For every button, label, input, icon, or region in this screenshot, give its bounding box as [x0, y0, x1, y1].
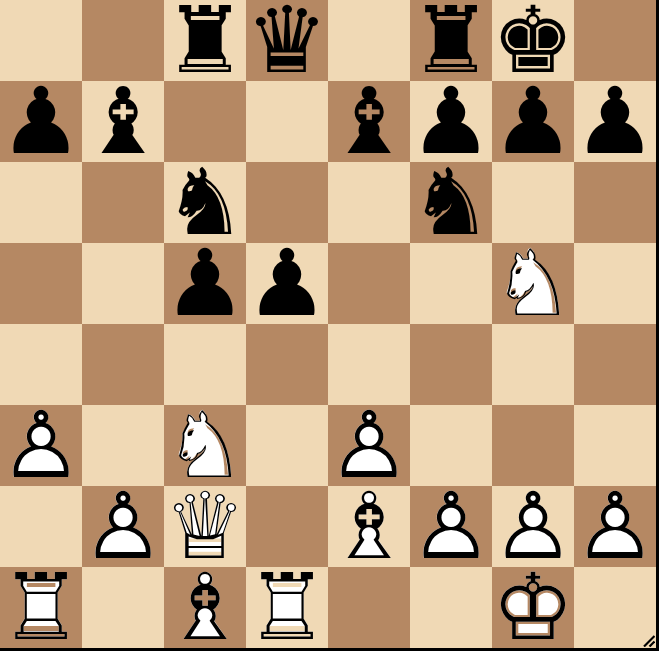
chessboard-frame: ♜♛♜♚♟♝♝♟♟♟♞♞♟♟♞♘♟♙♞♘♟♙♟♙♛♕♝♗♟♙♟♙♟♙♜♖♝♗♜♖… — [0, 0, 659, 651]
piece-solid-layer: ♟ — [0, 81, 82, 162]
piece-black-pawn[interactable]: ♟ — [574, 81, 656, 162]
square-f1[interactable] — [410, 567, 492, 648]
piece-outline-layer: ♙ — [82, 486, 164, 567]
piece-white-pawn[interactable]: ♟♙ — [410, 486, 492, 567]
square-e7[interactable]: ♝ — [328, 81, 410, 162]
piece-black-pawn[interactable]: ♟ — [0, 81, 82, 162]
square-e5[interactable] — [328, 243, 410, 324]
piece-outline-layer: ♖ — [0, 567, 82, 648]
square-h2[interactable]: ♟♙ — [574, 486, 656, 567]
square-g1[interactable]: ♚♔ — [492, 567, 574, 648]
piece-black-pawn[interactable]: ♟ — [246, 243, 328, 324]
square-h5[interactable] — [574, 243, 656, 324]
square-d4[interactable] — [246, 324, 328, 405]
square-d5[interactable]: ♟ — [246, 243, 328, 324]
square-f4[interactable] — [410, 324, 492, 405]
piece-solid-layer: ♟ — [574, 81, 656, 162]
piece-solid-layer: ♛ — [246, 0, 328, 81]
piece-solid-layer: ♟ — [164, 243, 246, 324]
square-f6[interactable]: ♞ — [410, 162, 492, 243]
square-f2[interactable]: ♟♙ — [410, 486, 492, 567]
square-a6[interactable] — [0, 162, 82, 243]
piece-white-knight[interactable]: ♞♘ — [492, 243, 574, 324]
square-d8[interactable]: ♛ — [246, 0, 328, 81]
piece-white-king[interactable]: ♚♔ — [492, 567, 574, 648]
piece-outline-layer: ♙ — [410, 486, 492, 567]
piece-white-bishop[interactable]: ♝♗ — [328, 486, 410, 567]
square-d3[interactable] — [246, 405, 328, 486]
piece-outline-layer: ♙ — [0, 405, 82, 486]
piece-solid-layer: ♝ — [328, 81, 410, 162]
square-b2[interactable]: ♟♙ — [82, 486, 164, 567]
piece-black-pawn[interactable]: ♟ — [164, 243, 246, 324]
square-h4[interactable] — [574, 324, 656, 405]
piece-solid-layer: ♞ — [410, 162, 492, 243]
square-d1[interactable]: ♜♖ — [246, 567, 328, 648]
square-a3[interactable]: ♟♙ — [0, 405, 82, 486]
square-e6[interactable] — [328, 162, 410, 243]
square-h7[interactable]: ♟ — [574, 81, 656, 162]
square-b7[interactable]: ♝ — [82, 81, 164, 162]
piece-black-bishop[interactable]: ♝ — [82, 81, 164, 162]
square-e2[interactable]: ♝♗ — [328, 486, 410, 567]
piece-white-bishop[interactable]: ♝♗ — [164, 567, 246, 648]
piece-outline-layer: ♖ — [246, 567, 328, 648]
square-e1[interactable] — [328, 567, 410, 648]
piece-outline-layer: ♔ — [492, 567, 574, 648]
piece-black-pawn[interactable]: ♟ — [492, 81, 574, 162]
piece-white-rook[interactable]: ♜♖ — [246, 567, 328, 648]
square-c1[interactable]: ♝♗ — [164, 567, 246, 648]
piece-outline-layer: ♙ — [574, 486, 656, 567]
square-b5[interactable] — [82, 243, 164, 324]
piece-white-pawn[interactable]: ♟♙ — [574, 486, 656, 567]
piece-solid-layer: ♝ — [82, 81, 164, 162]
piece-solid-layer: ♟ — [492, 81, 574, 162]
square-h6[interactable] — [574, 162, 656, 243]
square-b6[interactable] — [82, 162, 164, 243]
piece-white-pawn[interactable]: ♟♙ — [82, 486, 164, 567]
piece-white-pawn[interactable]: ♟♙ — [0, 405, 82, 486]
piece-black-queen[interactable]: ♛ — [246, 0, 328, 81]
square-c5[interactable]: ♟ — [164, 243, 246, 324]
square-b4[interactable] — [82, 324, 164, 405]
piece-white-rook[interactable]: ♜♖ — [0, 567, 82, 648]
square-b1[interactable] — [82, 567, 164, 648]
square-c8[interactable]: ♜ — [164, 0, 246, 81]
square-g5[interactable]: ♞♘ — [492, 243, 574, 324]
square-d7[interactable] — [246, 81, 328, 162]
piece-outline-layer: ♗ — [328, 486, 410, 567]
resize-grip-icon[interactable] — [639, 631, 655, 647]
square-a5[interactable] — [0, 243, 82, 324]
square-g7[interactable]: ♟ — [492, 81, 574, 162]
square-f5[interactable] — [410, 243, 492, 324]
piece-solid-layer: ♜ — [164, 0, 246, 81]
piece-black-knight[interactable]: ♞ — [410, 162, 492, 243]
piece-black-rook[interactable]: ♜ — [164, 0, 246, 81]
chessboard: ♜♛♜♚♟♝♝♟♟♟♞♞♟♟♞♘♟♙♞♘♟♙♟♙♛♕♝♗♟♙♟♙♟♙♜♖♝♗♜♖… — [0, 0, 656, 648]
piece-solid-layer: ♟ — [246, 243, 328, 324]
square-a7[interactable]: ♟ — [0, 81, 82, 162]
piece-black-bishop[interactable]: ♝ — [328, 81, 410, 162]
piece-outline-layer: ♘ — [492, 243, 574, 324]
square-g4[interactable] — [492, 324, 574, 405]
square-a1[interactable]: ♜♖ — [0, 567, 82, 648]
piece-outline-layer: ♗ — [164, 567, 246, 648]
